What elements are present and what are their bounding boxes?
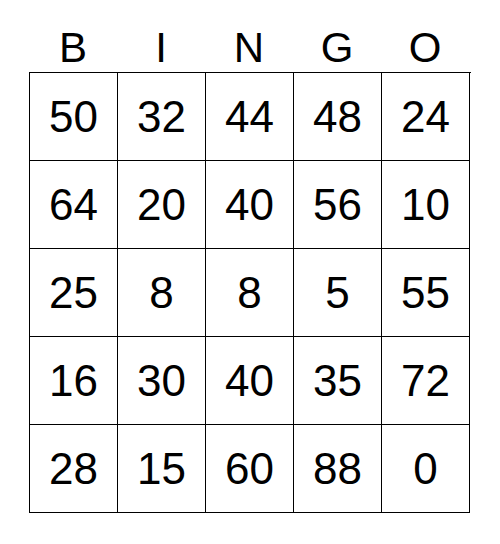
cell-r2c2: 20: [118, 161, 206, 249]
cell-r2c4: 56: [294, 161, 382, 249]
cell-r3c5: 55: [382, 249, 470, 337]
cell-r3c3: 8: [206, 249, 294, 337]
bingo-card: B I N G O 50 32 44 48 24 64 20 40 56 10 …: [29, 0, 471, 513]
cell-r5c5: 0: [382, 425, 470, 513]
column-letter-g: G: [293, 27, 381, 72]
cell-r2c1: 64: [30, 161, 118, 249]
cell-r3c1: 25: [30, 249, 118, 337]
cell-r4c3: 40: [206, 337, 294, 425]
column-letter-o: O: [381, 27, 469, 72]
bingo-grid: 50 32 44 48 24 64 20 40 56 10 25 8 8 5 5…: [29, 72, 471, 513]
cell-r5c1: 28: [30, 425, 118, 513]
cell-r1c1: 50: [30, 73, 118, 161]
cell-r5c3: 60: [206, 425, 294, 513]
cell-r3c2: 8: [118, 249, 206, 337]
column-letter-n: N: [205, 27, 293, 72]
cell-r5c2: 15: [118, 425, 206, 513]
cell-r2c5: 10: [382, 161, 470, 249]
cell-r2c3: 40: [206, 161, 294, 249]
cell-r1c2: 32: [118, 73, 206, 161]
cell-r1c4: 48: [294, 73, 382, 161]
cell-r5c4: 88: [294, 425, 382, 513]
cell-r4c4: 35: [294, 337, 382, 425]
cell-r1c3: 44: [206, 73, 294, 161]
bingo-header: B I N G O: [29, 0, 471, 72]
column-letter-b: B: [29, 27, 117, 72]
cell-r1c5: 24: [382, 73, 470, 161]
cell-r3c4: 5: [294, 249, 382, 337]
column-letter-i: I: [117, 27, 205, 72]
cell-r4c5: 72: [382, 337, 470, 425]
cell-r4c1: 16: [30, 337, 118, 425]
cell-r4c2: 30: [118, 337, 206, 425]
